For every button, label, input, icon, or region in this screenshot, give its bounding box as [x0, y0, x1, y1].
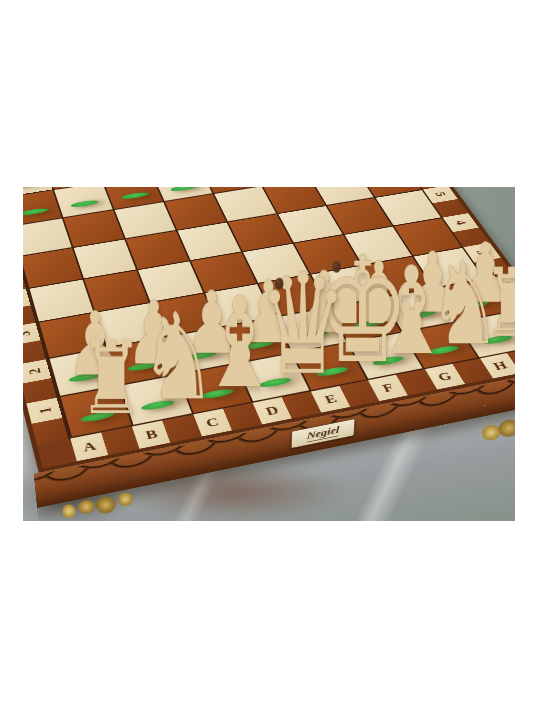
file-label-text: G	[425, 364, 465, 390]
chess-board: ABCDEFGH 87654321 ♜♞♝♛♚♝♞♜♟♟♟♟♟♟♟♟♟♟♟♟♟♟…	[23, 187, 515, 473]
felt-base	[184, 349, 218, 361]
felt-base	[23, 207, 49, 216]
file-label-text: B	[132, 420, 171, 448]
felt-base	[315, 365, 350, 377]
perspective-scene: ABCDEFGH 87654321 ♜♞♝♛♚♝♞♜♟♟♟♟♟♟♟♟♟♟♟♟♟♟…	[23, 187, 515, 521]
felt-base	[140, 398, 176, 411]
felt-base	[240, 339, 274, 351]
piece-black-rook: ♜	[23, 187, 45, 190]
felt-base	[79, 410, 115, 423]
rank-label-1: 1	[26, 397, 64, 424]
felt-base	[371, 355, 406, 367]
square-b3	[96, 303, 163, 347]
file-label-d: D	[252, 397, 291, 424]
file-label-text: D	[252, 397, 291, 424]
square-b2: ♟	[108, 338, 177, 384]
brand-name-text: Negiel	[307, 425, 340, 443]
felt-base	[68, 371, 103, 383]
felt-base	[296, 329, 330, 341]
file-label-b: B	[132, 420, 171, 448]
chess-set-photo: ABCDEFGH 87654321 ♜♞♝♛♚♝♞♜♟♟♟♟♟♟♟♟♟♟♟♟♟♟…	[23, 187, 515, 521]
file-label-g: G	[425, 364, 465, 390]
page: ABCDEFGH 87654321 ♜♞♝♛♚♝♞♜♟♟♟♟♟♟♟♟♟♟♟♟♟♟…	[0, 0, 540, 720]
felt-base	[257, 376, 292, 389]
felt-base	[457, 299, 490, 310]
brand-nameplate: Negiel	[291, 418, 356, 448]
felt-base	[426, 344, 460, 356]
felt-base	[351, 319, 385, 330]
felt-base	[480, 334, 514, 346]
felt-base	[126, 360, 161, 372]
square-e1: ♚	[293, 343, 366, 390]
felt-base	[404, 309, 437, 320]
felt-base	[199, 387, 235, 400]
file-label-text: C	[193, 409, 232, 437]
felt-base	[120, 191, 150, 200]
file-label-c: C	[193, 409, 232, 437]
felt-base	[169, 187, 199, 192]
felt-base	[70, 199, 100, 208]
felt-base	[23, 187, 40, 188]
